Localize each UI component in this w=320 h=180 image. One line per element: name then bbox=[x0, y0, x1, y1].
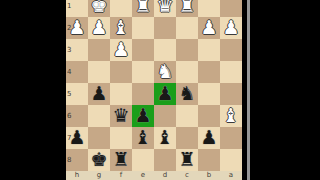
black-queen: ♛ bbox=[110, 105, 132, 127]
square-b1[interactable] bbox=[198, 0, 220, 17]
white-bishop: ♝ bbox=[220, 105, 242, 127]
square-f2[interactable]: ♝ bbox=[110, 17, 132, 39]
square-a1[interactable] bbox=[220, 0, 242, 17]
square-f7[interactable] bbox=[110, 127, 132, 149]
square-a2[interactable]: ♟ bbox=[220, 17, 242, 39]
square-f3[interactable]: ♟ bbox=[110, 39, 132, 61]
square-g6[interactable] bbox=[88, 105, 110, 127]
file-label-strip: hgfedcba bbox=[66, 171, 242, 180]
square-c7[interactable] bbox=[176, 127, 198, 149]
square-f1[interactable] bbox=[110, 0, 132, 17]
square-b7[interactable]: ♟ bbox=[198, 127, 220, 149]
square-g7[interactable] bbox=[88, 127, 110, 149]
square-g1[interactable]: ♚ bbox=[88, 0, 110, 17]
square-b6[interactable] bbox=[198, 105, 220, 127]
square-d6[interactable] bbox=[154, 105, 176, 127]
file-label-d: d bbox=[154, 171, 176, 180]
rank-label-6: 6 bbox=[67, 112, 75, 120]
square-d7[interactable]: ♝ bbox=[154, 127, 176, 149]
square-c1[interactable]: ♜ bbox=[176, 0, 198, 17]
file-label-h: h bbox=[66, 171, 88, 180]
square-f6[interactable]: ♛ bbox=[110, 105, 132, 127]
rank-label-4: 4 bbox=[67, 68, 75, 76]
square-c4[interactable] bbox=[176, 61, 198, 83]
square-g5[interactable]: ♟ bbox=[88, 83, 110, 105]
white-pawn: ♟ bbox=[220, 17, 242, 39]
white-rook: ♜ bbox=[132, 0, 154, 17]
black-pawn: ♟ bbox=[132, 105, 154, 127]
square-a8[interactable] bbox=[220, 149, 242, 171]
black-rook: ♜ bbox=[176, 149, 198, 171]
square-e3[interactable] bbox=[132, 39, 154, 61]
white-rook: ♜ bbox=[176, 0, 198, 17]
scrollbar-strip[interactable] bbox=[247, 0, 250, 180]
file-label-a: a bbox=[220, 171, 242, 180]
square-c5[interactable]: ♞ bbox=[176, 83, 198, 105]
white-pawn: ♟ bbox=[198, 17, 220, 39]
black-pawn: ♟ bbox=[198, 127, 220, 149]
file-label-g: g bbox=[88, 171, 110, 180]
white-pawn: ♟ bbox=[88, 17, 110, 39]
black-knight: ♞ bbox=[176, 83, 198, 105]
white-queen: ♛ bbox=[154, 0, 176, 17]
square-e1[interactable]: ♜ bbox=[132, 0, 154, 17]
square-c3[interactable] bbox=[176, 39, 198, 61]
black-rook: ♜ bbox=[110, 149, 132, 171]
square-f8[interactable]: ♜ bbox=[110, 149, 132, 171]
square-e5[interactable] bbox=[132, 83, 154, 105]
square-d2[interactable] bbox=[154, 17, 176, 39]
square-d3[interactable] bbox=[154, 39, 176, 61]
rank-label-8: 8 bbox=[67, 156, 75, 164]
square-e4[interactable] bbox=[132, 61, 154, 83]
square-c2[interactable] bbox=[176, 17, 198, 39]
rank-label-7: 7 bbox=[67, 134, 75, 142]
square-e2[interactable] bbox=[132, 17, 154, 39]
white-king: ♚ bbox=[88, 0, 110, 17]
square-b3[interactable] bbox=[198, 39, 220, 61]
black-king: ♚ bbox=[88, 149, 110, 171]
file-label-c: c bbox=[176, 171, 198, 180]
square-b2[interactable]: ♟ bbox=[198, 17, 220, 39]
square-a3[interactable] bbox=[220, 39, 242, 61]
white-pawn: ♟ bbox=[110, 39, 132, 61]
square-b8[interactable] bbox=[198, 149, 220, 171]
square-b4[interactable] bbox=[198, 61, 220, 83]
file-label-e: e bbox=[132, 171, 154, 180]
square-a7[interactable] bbox=[220, 127, 242, 149]
square-d1[interactable]: ♛ bbox=[154, 0, 176, 17]
square-d4[interactable]: ♞ bbox=[154, 61, 176, 83]
file-label-b: b bbox=[198, 171, 220, 180]
video-frame: ♚♜♛♜♟♟♝♟♟♟♞♟♟♞♛♟♝♟♝♝♟♚♜♜ 12345678 hgfedc… bbox=[0, 0, 320, 180]
square-a5[interactable] bbox=[220, 83, 242, 105]
square-e6[interactable]: ♟ bbox=[132, 105, 154, 127]
square-a6[interactable]: ♝ bbox=[220, 105, 242, 127]
black-pawn: ♟ bbox=[88, 83, 110, 105]
square-e7[interactable]: ♝ bbox=[132, 127, 154, 149]
rank-label-2: 2 bbox=[67, 24, 75, 32]
rank-label-5: 5 bbox=[67, 90, 75, 98]
square-d8[interactable] bbox=[154, 149, 176, 171]
square-c6[interactable] bbox=[176, 105, 198, 127]
square-c8[interactable]: ♜ bbox=[176, 149, 198, 171]
file-label-f: f bbox=[110, 171, 132, 180]
square-a4[interactable] bbox=[220, 61, 242, 83]
square-f4[interactable] bbox=[110, 61, 132, 83]
square-d5[interactable]: ♟ bbox=[154, 83, 176, 105]
chess-board: ♚♜♛♜♟♟♝♟♟♟♞♟♟♞♛♟♝♟♝♝♟♚♜♜ bbox=[66, 0, 242, 171]
rank-label-1: 1 bbox=[67, 2, 75, 10]
rank-label-3: 3 bbox=[67, 46, 75, 54]
black-bishop: ♝ bbox=[154, 127, 176, 149]
square-b5[interactable] bbox=[198, 83, 220, 105]
white-bishop: ♝ bbox=[110, 17, 132, 39]
square-g8[interactable]: ♚ bbox=[88, 149, 110, 171]
square-g4[interactable] bbox=[88, 61, 110, 83]
square-f5[interactable] bbox=[110, 83, 132, 105]
white-knight: ♞ bbox=[154, 61, 176, 83]
black-pawn: ♟ bbox=[154, 83, 176, 105]
black-bishop: ♝ bbox=[132, 127, 154, 149]
square-g3[interactable] bbox=[88, 39, 110, 61]
square-e8[interactable] bbox=[132, 149, 154, 171]
square-g2[interactable]: ♟ bbox=[88, 17, 110, 39]
